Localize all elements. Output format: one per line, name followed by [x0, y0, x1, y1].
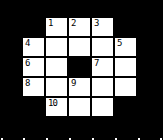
cell-r4c2[interactable] [68, 97, 91, 117]
bottom-tick [160, 138, 162, 140]
bottom-tick [115, 138, 117, 140]
clue-number-8: 8 [25, 78, 29, 88]
clue-number-1: 1 [48, 18, 52, 28]
cell-r1c3[interactable] [91, 37, 114, 57]
cell-r3c1[interactable] [45, 77, 68, 97]
blocked-cell-r2c2 [68, 57, 91, 77]
void-r0c0 [22, 17, 45, 37]
crossword-screen: 12345678910 [0, 0, 163, 140]
cell-r4c1[interactable]: 10 [45, 97, 68, 117]
bottom-tick [69, 138, 71, 140]
cell-r0c2[interactable]: 2 [68, 17, 91, 37]
cell-r2c0[interactable]: 6 [22, 57, 45, 77]
bottom-tick [92, 138, 94, 140]
cell-r1c1[interactable] [45, 37, 68, 57]
clue-number-10: 10 [48, 98, 57, 108]
cell-r1c0[interactable]: 4 [22, 37, 45, 57]
bottom-tick [1, 138, 3, 140]
clue-number-4: 4 [25, 38, 29, 48]
bottom-tick [46, 138, 48, 140]
cell-r3c0[interactable]: 8 [22, 77, 45, 97]
cell-r2c1[interactable] [45, 57, 68, 77]
void-r4c4 [114, 97, 137, 117]
clue-number-3: 3 [94, 18, 98, 28]
cell-r4c3[interactable] [91, 97, 114, 117]
clue-number-9: 9 [71, 78, 75, 88]
cell-r3c2[interactable]: 9 [68, 77, 91, 97]
cell-r0c3[interactable]: 3 [91, 17, 114, 37]
clue-number-6: 6 [25, 58, 29, 68]
void-r4c0 [22, 97, 45, 117]
bottom-tick [23, 138, 25, 140]
cell-r3c3[interactable] [91, 77, 114, 97]
clue-number-7: 7 [94, 58, 98, 68]
void-r0c4 [114, 17, 137, 37]
bottom-tick [138, 138, 140, 140]
cell-r3c4[interactable] [114, 77, 137, 97]
cell-r1c2[interactable] [68, 37, 91, 57]
cell-r0c1[interactable]: 1 [45, 17, 68, 37]
cell-r2c3[interactable]: 7 [91, 57, 114, 77]
cell-r2c4[interactable] [114, 57, 137, 77]
clue-number-5: 5 [117, 38, 121, 48]
clue-number-2: 2 [71, 18, 75, 28]
crossword-grid: 12345678910 [22, 17, 137, 117]
cell-r1c4[interactable]: 5 [114, 37, 137, 57]
